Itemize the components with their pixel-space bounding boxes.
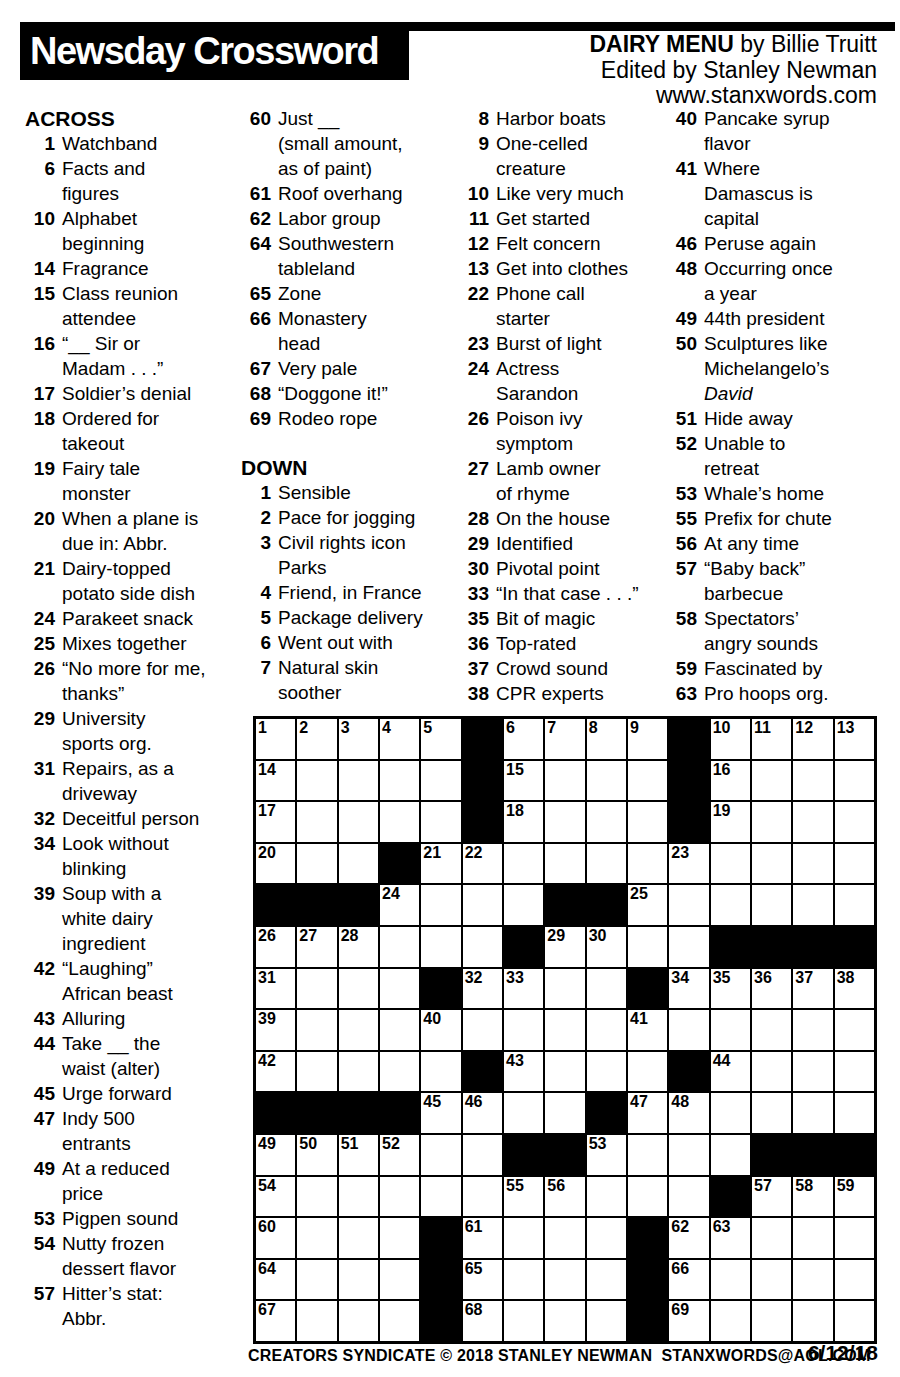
clue-text: Watchband bbox=[62, 131, 157, 156]
clue-66: 66Monastery head bbox=[241, 306, 454, 356]
cell-r11c9[interactable]: 53 bbox=[587, 1135, 626, 1175]
cell-number: 11 bbox=[754, 719, 771, 737]
cell-r1c13[interactable]: 11 bbox=[752, 719, 791, 759]
cell-r10c14[interactable] bbox=[793, 1093, 832, 1133]
cell-number: 18 bbox=[506, 802, 524, 820]
cell-r4c10[interactable] bbox=[628, 844, 667, 884]
clue-number: 28 bbox=[459, 506, 489, 531]
cell-r10c8[interactable] bbox=[545, 1093, 584, 1133]
clue-56: 56At any time bbox=[667, 531, 882, 556]
cell-r15c15[interactable] bbox=[835, 1301, 874, 1341]
cell-r2c2[interactable] bbox=[297, 761, 336, 801]
black-cell-r10c4 bbox=[380, 1093, 419, 1133]
black-cell-r5c2 bbox=[297, 885, 336, 925]
cell-r7c11[interactable]: 34 bbox=[669, 969, 708, 1009]
cell-r1c5[interactable]: 5 bbox=[421, 719, 460, 759]
cell-r3c7[interactable]: 18 bbox=[504, 802, 543, 842]
clue-text: Nutty frozen dessert flavor bbox=[62, 1231, 176, 1281]
cell-r7c1[interactable]: 31 bbox=[256, 969, 295, 1009]
clue-number: 26 bbox=[25, 656, 55, 681]
clue-39: 39Soup with a white dairy ingredient bbox=[25, 881, 238, 956]
cell-r9c3[interactable] bbox=[339, 1052, 378, 1092]
cell-r13c7[interactable] bbox=[504, 1218, 543, 1258]
cell-r11c10[interactable] bbox=[628, 1135, 667, 1175]
clue-number: 5 bbox=[241, 605, 271, 630]
cell-r8c12[interactable] bbox=[711, 1010, 750, 1050]
puzzle-date: 6/12/18 bbox=[808, 1341, 878, 1365]
clue-63: 63Pro hoops org. bbox=[667, 681, 882, 706]
cell-r4c3[interactable] bbox=[339, 844, 378, 884]
clue-text: Phone call starter bbox=[496, 281, 585, 331]
cell-r12c6[interactable] bbox=[463, 1177, 502, 1217]
cell-r3c15[interactable] bbox=[835, 802, 874, 842]
cell-r15c9[interactable] bbox=[587, 1301, 626, 1341]
cell-r7c8[interactable] bbox=[545, 969, 584, 1009]
cell-r11c3[interactable]: 51 bbox=[339, 1135, 378, 1175]
cell-r7c14[interactable]: 37 bbox=[793, 969, 832, 1009]
cell-r4c12[interactable] bbox=[711, 844, 750, 884]
cell-r10c12[interactable] bbox=[711, 1093, 750, 1133]
cell-r3c3[interactable] bbox=[339, 802, 378, 842]
clue-text: Whale’s home bbox=[704, 481, 824, 506]
cell-number: 16 bbox=[713, 761, 731, 779]
clue-7: 7Natural skin soother bbox=[241, 655, 454, 705]
cell-r12c15[interactable]: 59 bbox=[835, 1177, 874, 1217]
clue-text: Just __ (small amount, as of paint) bbox=[278, 106, 403, 181]
clue-text: University sports org. bbox=[62, 706, 152, 756]
clue-60: 60Just __ (small amount, as of paint) bbox=[241, 106, 454, 181]
cell-r13c2[interactable] bbox=[297, 1218, 336, 1258]
cell-r3c2[interactable] bbox=[297, 802, 336, 842]
clue-number: 6 bbox=[25, 156, 55, 181]
cell-r5c7[interactable] bbox=[504, 885, 543, 925]
cell-r6c3[interactable]: 28 bbox=[339, 927, 378, 967]
cell-r2c7[interactable]: 15 bbox=[504, 761, 543, 801]
cell-r15c12[interactable] bbox=[711, 1301, 750, 1341]
cell-r3c8[interactable] bbox=[545, 802, 584, 842]
cell-r12c13[interactable]: 57 bbox=[752, 1177, 791, 1217]
cell-r1c3[interactable]: 3 bbox=[339, 719, 378, 759]
clue-text: On the house bbox=[496, 506, 610, 531]
clue-text: “No more for me, thanks” bbox=[62, 656, 206, 706]
cell-number: 21 bbox=[423, 844, 441, 862]
cell-r15c3[interactable] bbox=[339, 1301, 378, 1341]
cell-r11c5[interactable] bbox=[421, 1135, 460, 1175]
cell-r5c13[interactable] bbox=[752, 885, 791, 925]
cell-r14c13[interactable] bbox=[752, 1260, 791, 1300]
clue-51: 51Hide away bbox=[667, 406, 882, 431]
cell-r2c15[interactable] bbox=[835, 761, 874, 801]
cell-number: 54 bbox=[258, 1177, 276, 1195]
cell-r13c12[interactable]: 63 bbox=[711, 1218, 750, 1258]
cell-r9c2[interactable] bbox=[297, 1052, 336, 1092]
cell-r1c15[interactable]: 13 bbox=[835, 719, 874, 759]
cell-r8c8[interactable] bbox=[545, 1010, 584, 1050]
puzzle-url: www.stanxwords.com bbox=[589, 83, 877, 109]
clue-text: Harbor boats bbox=[496, 106, 606, 131]
clue-number: 33 bbox=[459, 581, 489, 606]
cell-r11c12[interactable] bbox=[711, 1135, 750, 1175]
cell-r12c7[interactable]: 55 bbox=[504, 1177, 543, 1217]
cell-r5c14[interactable] bbox=[793, 885, 832, 925]
cell-r7c4[interactable] bbox=[380, 969, 419, 1009]
cell-r1c1[interactable]: 1 bbox=[256, 719, 295, 759]
cell-r13c3[interactable] bbox=[339, 1218, 378, 1258]
cell-r7c6[interactable]: 32 bbox=[463, 969, 502, 1009]
cell-number: 22 bbox=[465, 844, 483, 862]
cell-r14c2[interactable] bbox=[297, 1260, 336, 1300]
cell-r1c8[interactable]: 7 bbox=[545, 719, 584, 759]
cell-r6c6[interactable] bbox=[463, 927, 502, 967]
cell-r8c15[interactable] bbox=[835, 1010, 874, 1050]
cell-r13c14[interactable] bbox=[793, 1218, 832, 1258]
cell-r4c5[interactable]: 21 bbox=[421, 844, 460, 884]
cell-r12c2[interactable] bbox=[297, 1177, 336, 1217]
cell-r3c4[interactable] bbox=[380, 802, 419, 842]
clue-69: 69Rodeo rope bbox=[241, 406, 454, 431]
cell-r4c1[interactable]: 20 bbox=[256, 844, 295, 884]
cell-r3c1[interactable]: 17 bbox=[256, 802, 295, 842]
clue-number: 7 bbox=[241, 655, 271, 680]
clue-number: 57 bbox=[25, 1281, 55, 1306]
clue-text: Burst of light bbox=[496, 331, 602, 356]
cell-r5c5[interactable] bbox=[421, 885, 460, 925]
cell-r13c9[interactable] bbox=[587, 1218, 626, 1258]
clue-42: 42“Laughing” African beast bbox=[25, 956, 238, 1006]
black-cell-r11c15 bbox=[835, 1135, 874, 1175]
cell-r13c1[interactable]: 60 bbox=[256, 1218, 295, 1258]
black-cell-r5c1 bbox=[256, 885, 295, 925]
cell-r4c2[interactable] bbox=[297, 844, 336, 884]
cell-r12c11[interactable] bbox=[669, 1177, 708, 1217]
cell-r7c3[interactable] bbox=[339, 969, 378, 1009]
cell-r8c5[interactable]: 40 bbox=[421, 1010, 460, 1050]
cell-r1c4[interactable]: 4 bbox=[380, 719, 419, 759]
clue-53: 53Pigpen sound bbox=[25, 1206, 238, 1231]
clue-number: 1 bbox=[241, 480, 271, 505]
clue-61: 61Roof overhang bbox=[241, 181, 454, 206]
cell-r4c13[interactable] bbox=[752, 844, 791, 884]
clue-text: Class reunion attendee bbox=[62, 281, 178, 331]
clue-10: 10Alphabet beginning bbox=[25, 206, 238, 256]
cell-r14c15[interactable] bbox=[835, 1260, 874, 1300]
cell-r14c9[interactable] bbox=[587, 1260, 626, 1300]
clue-43: 43Alluring bbox=[25, 1006, 238, 1031]
cell-r8c11[interactable] bbox=[669, 1010, 708, 1050]
cell-r3c12[interactable]: 19 bbox=[711, 802, 750, 842]
cell-r12c14[interactable]: 58 bbox=[793, 1177, 832, 1217]
cell-r4c15[interactable] bbox=[835, 844, 874, 884]
cell-r6c11[interactable] bbox=[669, 927, 708, 967]
cell-r5c10[interactable]: 25 bbox=[628, 885, 667, 925]
cell-r14c12[interactable] bbox=[711, 1260, 750, 1300]
cell-r15c14[interactable] bbox=[793, 1301, 832, 1341]
cell-r9c5[interactable] bbox=[421, 1052, 460, 1092]
cell-number: 66 bbox=[671, 1260, 689, 1278]
cell-r8c10[interactable]: 41 bbox=[628, 1010, 667, 1050]
cell-r12c1[interactable]: 54 bbox=[256, 1177, 295, 1217]
clue-number: 34 bbox=[25, 831, 55, 856]
clue-3: 3Civil rights icon Parks bbox=[241, 530, 454, 580]
clue-number: 62 bbox=[241, 206, 271, 231]
cell-r15c11[interactable]: 69 bbox=[669, 1301, 708, 1341]
cell-r9c9[interactable] bbox=[587, 1052, 626, 1092]
cell-r8c4[interactable] bbox=[380, 1010, 419, 1050]
cell-r6c10[interactable] bbox=[628, 927, 667, 967]
cell-r8c6[interactable] bbox=[463, 1010, 502, 1050]
cell-number: 53 bbox=[589, 1135, 607, 1153]
clue-10: 10Like very much bbox=[459, 181, 673, 206]
cell-r1c9[interactable]: 8 bbox=[587, 719, 626, 759]
cell-number: 52 bbox=[382, 1135, 400, 1153]
cell-r10c10[interactable]: 47 bbox=[628, 1093, 667, 1133]
cell-r13c11[interactable]: 62 bbox=[669, 1218, 708, 1258]
cell-r15c4[interactable] bbox=[380, 1301, 419, 1341]
cell-r9c14[interactable] bbox=[793, 1052, 832, 1092]
clue-text: “__ Sir or Madam . . .” bbox=[62, 331, 163, 381]
cell-r9c10[interactable] bbox=[628, 1052, 667, 1092]
clue-5: 5Package delivery bbox=[241, 605, 454, 630]
cell-r10c7[interactable] bbox=[504, 1093, 543, 1133]
cell-r12c10[interactable] bbox=[628, 1177, 667, 1217]
cell-r9c1[interactable]: 42 bbox=[256, 1052, 295, 1092]
cell-r15c8[interactable] bbox=[545, 1301, 584, 1341]
clue-36: 36Top-rated bbox=[459, 631, 673, 656]
cell-r5c4[interactable]: 24 bbox=[380, 885, 419, 925]
clue-1: 1Sensible bbox=[241, 480, 454, 505]
cell-r14c1[interactable]: 64 bbox=[256, 1260, 295, 1300]
clue-text: “In that case . . .” bbox=[496, 581, 639, 606]
cell-r2c5[interactable] bbox=[421, 761, 460, 801]
cell-r9c12[interactable]: 44 bbox=[711, 1052, 750, 1092]
cell-r6c1[interactable]: 26 bbox=[256, 927, 295, 967]
cell-r13c13[interactable] bbox=[752, 1218, 791, 1258]
cell-r8c2[interactable] bbox=[297, 1010, 336, 1050]
cell-r8c7[interactable] bbox=[504, 1010, 543, 1050]
cell-r4c8[interactable] bbox=[545, 844, 584, 884]
cell-r6c9[interactable]: 30 bbox=[587, 927, 626, 967]
cell-number: 58 bbox=[795, 1177, 813, 1195]
cell-r9c4[interactable] bbox=[380, 1052, 419, 1092]
cell-r1c2[interactable]: 2 bbox=[297, 719, 336, 759]
clue-number: 30 bbox=[459, 556, 489, 581]
cell-r14c6[interactable]: 65 bbox=[463, 1260, 502, 1300]
black-cell-r13c10 bbox=[628, 1218, 667, 1258]
copyright-line: CREATORS SYNDICATE © 2018 STANLEY NEWMAN… bbox=[248, 1347, 871, 1365]
cell-r8c13[interactable] bbox=[752, 1010, 791, 1050]
black-cell-r10c9 bbox=[587, 1093, 626, 1133]
clue-35: 35Bit of magic bbox=[459, 606, 673, 631]
clue-text: Very pale bbox=[278, 356, 357, 381]
clue-text: Deceitful person bbox=[62, 806, 199, 831]
cell-r6c2[interactable]: 27 bbox=[297, 927, 336, 967]
cell-r4c9[interactable] bbox=[587, 844, 626, 884]
clue-number: 54 bbox=[25, 1231, 55, 1256]
cell-r1c7[interactable]: 6 bbox=[504, 719, 543, 759]
cell-r15c7[interactable] bbox=[504, 1301, 543, 1341]
cell-number: 60 bbox=[258, 1218, 276, 1236]
cell-r10c11[interactable]: 48 bbox=[669, 1093, 708, 1133]
cell-r7c12[interactable]: 35 bbox=[711, 969, 750, 1009]
cell-number: 5 bbox=[423, 719, 432, 737]
cell-r2c3[interactable] bbox=[339, 761, 378, 801]
cell-r6c5[interactable] bbox=[421, 927, 460, 967]
clue-number: 56 bbox=[667, 531, 697, 556]
cell-r12c5[interactable] bbox=[421, 1177, 460, 1217]
clue-text: Pigpen sound bbox=[62, 1206, 178, 1231]
cell-r7c7[interactable]: 33 bbox=[504, 969, 543, 1009]
clue-number: 9 bbox=[459, 131, 489, 156]
cell-r1c14[interactable]: 12 bbox=[793, 719, 832, 759]
cell-r12c4[interactable] bbox=[380, 1177, 419, 1217]
clue-number: 64 bbox=[241, 231, 271, 256]
cell-r11c11[interactable] bbox=[669, 1135, 708, 1175]
cell-r4c6[interactable]: 22 bbox=[463, 844, 502, 884]
cell-r9c13[interactable] bbox=[752, 1052, 791, 1092]
clue-41: 41Where Damascus is capital bbox=[667, 156, 882, 231]
cell-number: 43 bbox=[506, 1052, 524, 1070]
cell-r12c3[interactable] bbox=[339, 1177, 378, 1217]
cell-r14c7[interactable] bbox=[504, 1260, 543, 1300]
black-cell-r5c3 bbox=[339, 885, 378, 925]
cell-r6c4[interactable] bbox=[380, 927, 419, 967]
cell-r5c12[interactable] bbox=[711, 885, 750, 925]
cell-r3c13[interactable] bbox=[752, 802, 791, 842]
cell-r12c8[interactable]: 56 bbox=[545, 1177, 584, 1217]
cell-number: 23 bbox=[671, 844, 689, 862]
clue-27: 27Lamb owner of rhyme bbox=[459, 456, 673, 506]
cell-r11c6[interactable] bbox=[463, 1135, 502, 1175]
cell-r13c4[interactable] bbox=[380, 1218, 419, 1258]
cell-r2c10[interactable] bbox=[628, 761, 667, 801]
cell-r5c11[interactable] bbox=[669, 885, 708, 925]
cell-r8c14[interactable] bbox=[793, 1010, 832, 1050]
clue-text: Repairs, as a driveway bbox=[62, 756, 174, 806]
cell-r2c13[interactable] bbox=[752, 761, 791, 801]
black-cell-r10c3 bbox=[339, 1093, 378, 1133]
cell-r3c14[interactable] bbox=[793, 802, 832, 842]
clue-text: When a plane is due in: Abbr. bbox=[62, 506, 198, 556]
cell-r1c10[interactable]: 9 bbox=[628, 719, 667, 759]
cell-r2c8[interactable] bbox=[545, 761, 584, 801]
cell-r14c14[interactable] bbox=[793, 1260, 832, 1300]
cell-r2c14[interactable] bbox=[793, 761, 832, 801]
cell-r10c5[interactable]: 45 bbox=[421, 1093, 460, 1133]
clue-number: 68 bbox=[241, 381, 271, 406]
clue-text: At any time bbox=[704, 531, 799, 556]
clue-number: 17 bbox=[25, 381, 55, 406]
cell-number: 9 bbox=[630, 719, 639, 737]
cell-r7c15[interactable]: 38 bbox=[835, 969, 874, 1009]
cell-r13c8[interactable] bbox=[545, 1218, 584, 1258]
cell-number: 10 bbox=[713, 719, 731, 737]
cell-r7c13[interactable]: 36 bbox=[752, 969, 791, 1009]
cell-r2c12[interactable]: 16 bbox=[711, 761, 750, 801]
cell-r7c9[interactable] bbox=[587, 969, 626, 1009]
cell-number: 1 bbox=[258, 719, 267, 737]
cell-r2c9[interactable] bbox=[587, 761, 626, 801]
cell-r14c11[interactable]: 66 bbox=[669, 1260, 708, 1300]
clue-21: 21Dairy-topped potato side dish bbox=[25, 556, 238, 606]
cell-r14c4[interactable] bbox=[380, 1260, 419, 1300]
cell-r10c13[interactable] bbox=[752, 1093, 791, 1133]
clue-11: 11Get started bbox=[459, 206, 673, 231]
cell-number: 17 bbox=[258, 802, 276, 820]
clue-text: Sculptures like Michelangelo’s David bbox=[704, 331, 829, 406]
cell-r4c14[interactable] bbox=[793, 844, 832, 884]
cell-r10c15[interactable] bbox=[835, 1093, 874, 1133]
clue-text: Where Damascus is capital bbox=[704, 156, 813, 231]
clue-26: 26“No more for me, thanks” bbox=[25, 656, 238, 706]
clue-number: 45 bbox=[25, 1081, 55, 1106]
clue-number: 8 bbox=[459, 106, 489, 131]
clue-text: Sensible bbox=[278, 480, 351, 505]
cell-r14c8[interactable] bbox=[545, 1260, 584, 1300]
clue-number: 37 bbox=[459, 656, 489, 681]
cell-r6c8[interactable]: 29 bbox=[545, 927, 584, 967]
black-cell-r15c10 bbox=[628, 1301, 667, 1341]
cell-r4c11[interactable]: 23 bbox=[669, 844, 708, 884]
cell-number: 30 bbox=[589, 927, 607, 945]
cell-r11c4[interactable]: 52 bbox=[380, 1135, 419, 1175]
cell-number: 68 bbox=[465, 1301, 483, 1319]
clue-text: Roof overhang bbox=[278, 181, 403, 206]
cell-r8c1[interactable]: 39 bbox=[256, 1010, 295, 1050]
clue-14: 14Fragrance bbox=[25, 256, 238, 281]
clue-text: Indy 500 entrants bbox=[62, 1106, 135, 1156]
cell-r15c2[interactable] bbox=[297, 1301, 336, 1341]
cell-r3c9[interactable] bbox=[587, 802, 626, 842]
black-cell-r1c6 bbox=[463, 719, 502, 759]
cell-r10c6[interactable]: 46 bbox=[463, 1093, 502, 1133]
cell-r13c15[interactable] bbox=[835, 1218, 874, 1258]
cell-r15c1[interactable]: 67 bbox=[256, 1301, 295, 1341]
cell-r8c3[interactable] bbox=[339, 1010, 378, 1050]
cell-r5c15[interactable] bbox=[835, 885, 874, 925]
cell-number: 25 bbox=[630, 885, 648, 903]
cell-r5c6[interactable] bbox=[463, 885, 502, 925]
cell-r2c4[interactable] bbox=[380, 761, 419, 801]
cell-number: 29 bbox=[547, 927, 565, 945]
cell-r12c9[interactable] bbox=[587, 1177, 626, 1217]
cell-r3c10[interactable] bbox=[628, 802, 667, 842]
clue-number: 61 bbox=[241, 181, 271, 206]
cell-r15c6[interactable]: 68 bbox=[463, 1301, 502, 1341]
clue-29: 29University sports org. bbox=[25, 706, 238, 756]
cell-r13c6[interactable]: 61 bbox=[463, 1218, 502, 1258]
cell-r1c12[interactable]: 10 bbox=[711, 719, 750, 759]
clue-57: 57Hitter’s stat: Abbr. bbox=[25, 1281, 238, 1331]
cell-r2c1[interactable]: 14 bbox=[256, 761, 295, 801]
cell-r9c7[interactable]: 43 bbox=[504, 1052, 543, 1092]
clue-number: 44 bbox=[25, 1031, 55, 1056]
cell-r9c8[interactable] bbox=[545, 1052, 584, 1092]
cell-r8c9[interactable] bbox=[587, 1010, 626, 1050]
cell-number: 3 bbox=[341, 719, 350, 737]
cell-number: 24 bbox=[382, 885, 400, 903]
cell-r15c13[interactable] bbox=[752, 1301, 791, 1341]
cell-r7c2[interactable] bbox=[297, 969, 336, 1009]
cell-r3c5[interactable] bbox=[421, 802, 460, 842]
cell-r11c1[interactable]: 49 bbox=[256, 1135, 295, 1175]
cell-r14c3[interactable] bbox=[339, 1260, 378, 1300]
clue-number: 11 bbox=[459, 206, 489, 231]
cell-r4c7[interactable] bbox=[504, 844, 543, 884]
clue-number: 36 bbox=[459, 631, 489, 656]
cell-r9c15[interactable] bbox=[835, 1052, 874, 1092]
cell-r11c2[interactable]: 50 bbox=[297, 1135, 336, 1175]
clue-30: 30Pivotal point bbox=[459, 556, 673, 581]
